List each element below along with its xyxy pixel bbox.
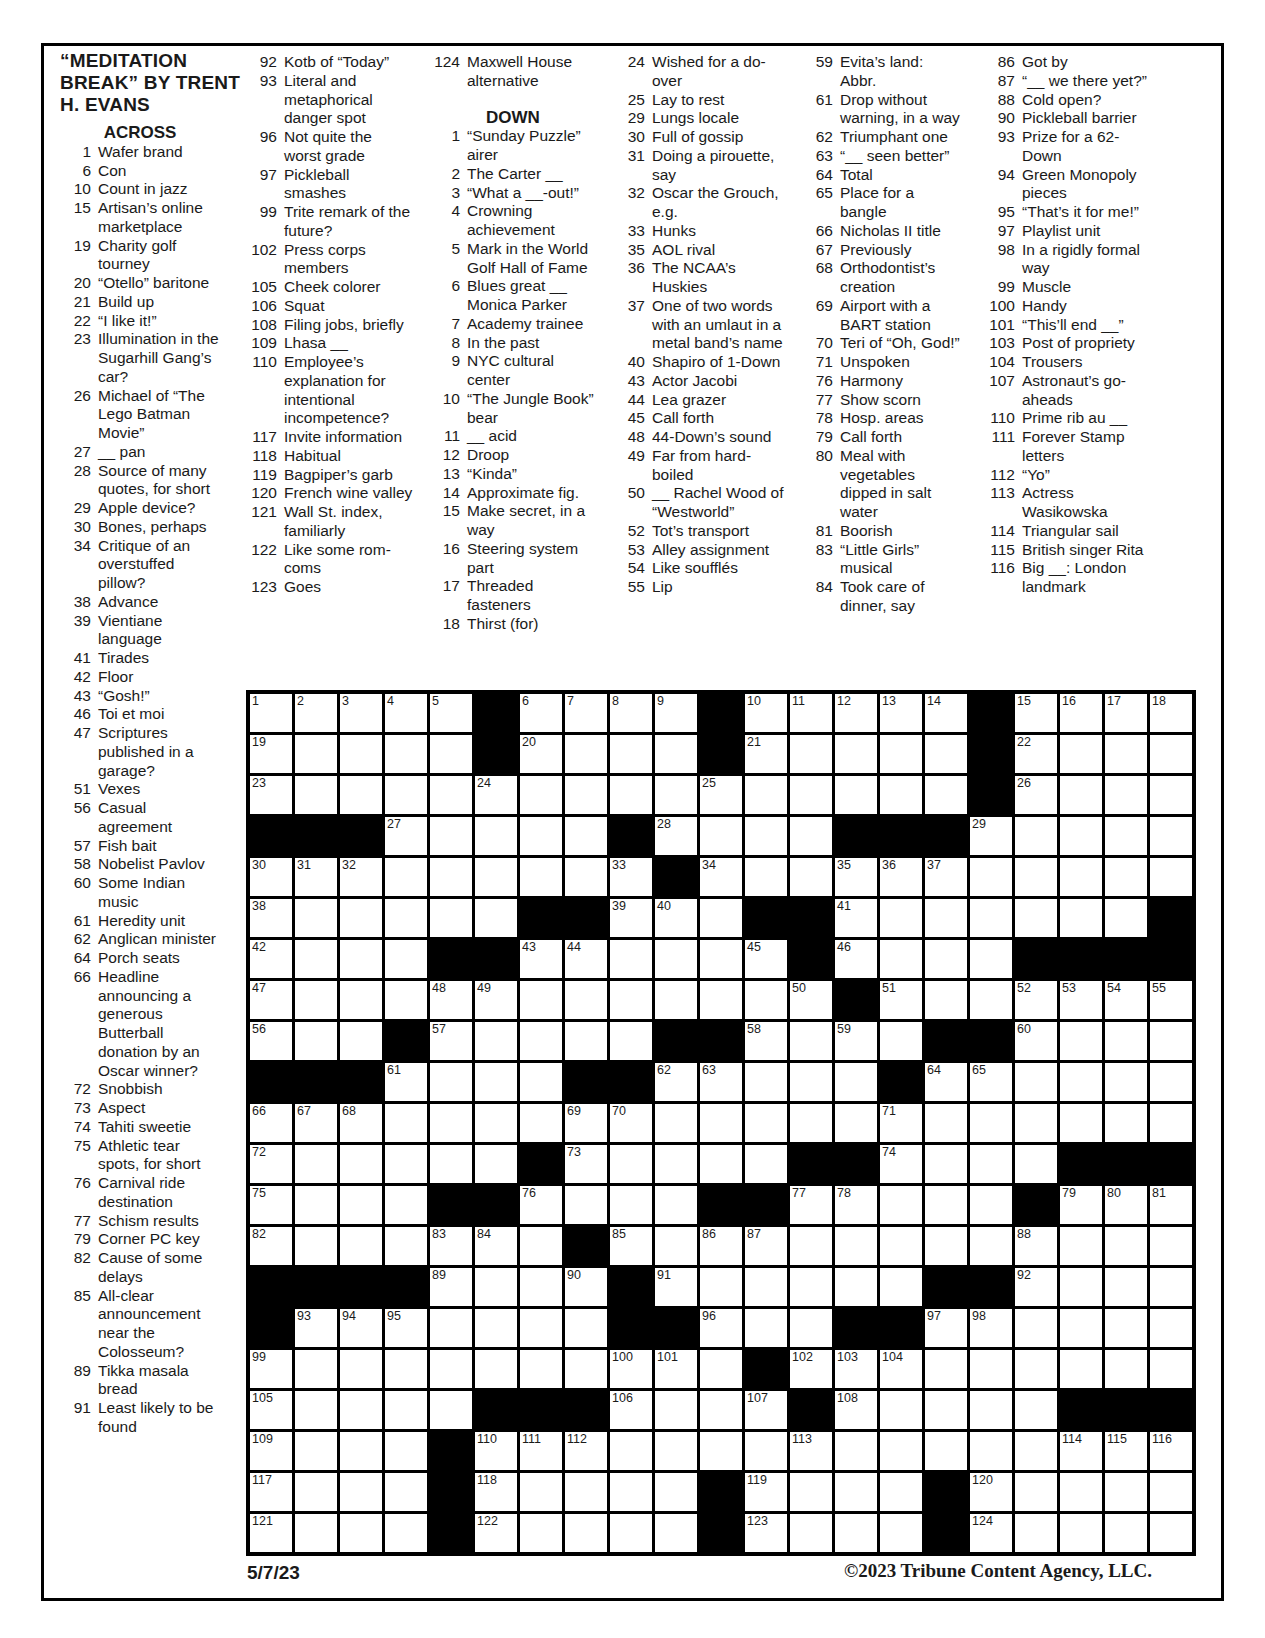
- grid-cell[interactable]: [925, 899, 967, 937]
- grid-cell[interactable]: [1150, 1063, 1192, 1101]
- grid-cell[interactable]: [925, 1350, 967, 1388]
- grid-cell[interactable]: [520, 776, 562, 814]
- grid-cell[interactable]: [340, 1350, 382, 1388]
- grid-cell[interactable]: [655, 735, 697, 773]
- grid-cell[interactable]: 47: [250, 981, 292, 1019]
- grid-cell[interactable]: [340, 1186, 382, 1224]
- grid-cell[interactable]: 5: [430, 694, 472, 732]
- grid-cell[interactable]: [745, 817, 787, 855]
- grid-cell[interactable]: 49: [475, 981, 517, 1019]
- grid-cell[interactable]: [430, 1391, 472, 1429]
- grid-cell[interactable]: [655, 1145, 697, 1183]
- grid-cell[interactable]: [340, 1227, 382, 1265]
- grid-cell[interactable]: [295, 899, 337, 937]
- grid-cell[interactable]: 75: [250, 1186, 292, 1224]
- grid-cell[interactable]: 51: [880, 981, 922, 1019]
- grid-cell[interactable]: [475, 1104, 517, 1142]
- grid-cell[interactable]: [385, 1350, 427, 1388]
- grid-cell[interactable]: 105: [250, 1391, 292, 1429]
- grid-cell[interactable]: [790, 1227, 832, 1265]
- grid-cell[interactable]: 19: [250, 735, 292, 773]
- grid-cell[interactable]: [1015, 1309, 1057, 1347]
- grid-cell[interactable]: [745, 981, 787, 1019]
- grid-cell[interactable]: 69: [565, 1104, 607, 1142]
- grid-cell[interactable]: [655, 1432, 697, 1470]
- grid-cell[interactable]: 119: [745, 1473, 787, 1511]
- grid-cell[interactable]: 110: [475, 1432, 517, 1470]
- grid-cell[interactable]: [880, 1186, 922, 1224]
- grid-cell[interactable]: [1105, 858, 1147, 896]
- grid-cell[interactable]: [1060, 1309, 1102, 1347]
- grid-cell[interactable]: 74: [880, 1145, 922, 1183]
- grid-cell[interactable]: [1015, 1473, 1057, 1511]
- grid-cell[interactable]: [340, 735, 382, 773]
- grid-cell[interactable]: [1150, 1350, 1192, 1388]
- grid-cell[interactable]: [925, 981, 967, 1019]
- grid-cell[interactable]: [475, 1145, 517, 1183]
- grid-cell[interactable]: [475, 858, 517, 896]
- grid-cell[interactable]: [1150, 817, 1192, 855]
- grid-cell[interactable]: 109: [250, 1432, 292, 1470]
- grid-cell[interactable]: [1015, 1063, 1057, 1101]
- grid-cell[interactable]: 44: [565, 940, 607, 978]
- grid-cell[interactable]: 31: [295, 858, 337, 896]
- grid-cell[interactable]: [1150, 1268, 1192, 1306]
- grid-cell[interactable]: [340, 940, 382, 978]
- grid-cell[interactable]: [835, 1432, 877, 1470]
- grid-cell[interactable]: [925, 1227, 967, 1265]
- grid-cell[interactable]: [970, 1227, 1012, 1265]
- grid-cell[interactable]: [610, 1514, 652, 1552]
- grid-cell[interactable]: [925, 1145, 967, 1183]
- grid-cell[interactable]: [970, 940, 1012, 978]
- grid-cell[interactable]: 124: [970, 1514, 1012, 1552]
- grid-cell[interactable]: [520, 1063, 562, 1101]
- grid-cell[interactable]: [970, 1391, 1012, 1429]
- grid-cell[interactable]: [925, 1391, 967, 1429]
- grid-cell[interactable]: [1015, 1432, 1057, 1470]
- grid-cell[interactable]: [295, 1391, 337, 1429]
- grid-cell[interactable]: [385, 1145, 427, 1183]
- grid-cell[interactable]: [610, 735, 652, 773]
- grid-cell[interactable]: [880, 1473, 922, 1511]
- grid-cell[interactable]: 27: [385, 817, 427, 855]
- grid-cell[interactable]: [1015, 858, 1057, 896]
- grid-cell[interactable]: [700, 1145, 742, 1183]
- grid-cell[interactable]: 2: [295, 694, 337, 732]
- grid-cell[interactable]: [295, 1514, 337, 1552]
- grid-cell[interactable]: [430, 1350, 472, 1388]
- grid-cell[interactable]: [1105, 1227, 1147, 1265]
- grid-cell[interactable]: 104: [880, 1350, 922, 1388]
- grid-cell[interactable]: [385, 899, 427, 937]
- grid-cell[interactable]: 18: [1150, 694, 1192, 732]
- grid-cell[interactable]: [1105, 776, 1147, 814]
- grid-cell[interactable]: 78: [835, 1186, 877, 1224]
- grid-cell[interactable]: 67: [295, 1104, 337, 1142]
- grid-cell[interactable]: 77: [790, 1186, 832, 1224]
- grid-cell[interactable]: [1015, 899, 1057, 937]
- grid-cell[interactable]: [475, 1063, 517, 1101]
- grid-cell[interactable]: [385, 1104, 427, 1142]
- grid-cell[interactable]: [430, 1145, 472, 1183]
- grid-cell[interactable]: [655, 1186, 697, 1224]
- grid-cell[interactable]: 41: [835, 899, 877, 937]
- grid-cell[interactable]: 23: [250, 776, 292, 814]
- grid-cell[interactable]: 79: [1060, 1186, 1102, 1224]
- grid-cell[interactable]: [385, 1473, 427, 1511]
- grid-cell[interactable]: [475, 1022, 517, 1060]
- grid-cell[interactable]: [1060, 1063, 1102, 1101]
- grid-cell[interactable]: [745, 1432, 787, 1470]
- grid-cell[interactable]: [520, 817, 562, 855]
- grid-cell[interactable]: [1060, 735, 1102, 773]
- grid-cell[interactable]: [925, 940, 967, 978]
- grid-cell[interactable]: [295, 940, 337, 978]
- grid-cell[interactable]: [745, 776, 787, 814]
- grid-cell[interactable]: 90: [565, 1268, 607, 1306]
- grid-cell[interactable]: [1105, 1104, 1147, 1142]
- grid-cell[interactable]: [1105, 1309, 1147, 1347]
- grid-cell[interactable]: 80: [1105, 1186, 1147, 1224]
- grid-cell[interactable]: [925, 776, 967, 814]
- grid-cell[interactable]: [835, 1473, 877, 1511]
- grid-cell[interactable]: [790, 735, 832, 773]
- grid-cell[interactable]: [880, 735, 922, 773]
- grid-cell[interactable]: 99: [250, 1350, 292, 1388]
- grid-cell[interactable]: [925, 735, 967, 773]
- grid-cell[interactable]: [655, 1391, 697, 1429]
- grid-cell[interactable]: [790, 1022, 832, 1060]
- grid-cell[interactable]: [1015, 1145, 1057, 1183]
- grid-cell[interactable]: 65: [970, 1063, 1012, 1101]
- grid-cell[interactable]: 34: [700, 858, 742, 896]
- grid-cell[interactable]: 108: [835, 1391, 877, 1429]
- grid-cell[interactable]: [340, 1432, 382, 1470]
- grid-cell[interactable]: 93: [295, 1309, 337, 1347]
- grid-cell[interactable]: [925, 1186, 967, 1224]
- grid-cell[interactable]: 25: [700, 776, 742, 814]
- grid-cell[interactable]: [430, 1104, 472, 1142]
- grid-cell[interactable]: 121: [250, 1514, 292, 1552]
- grid-cell[interactable]: [835, 1104, 877, 1142]
- grid-cell[interactable]: [1105, 899, 1147, 937]
- grid-cell[interactable]: [880, 1227, 922, 1265]
- grid-cell[interactable]: [790, 817, 832, 855]
- grid-cell[interactable]: [1060, 1268, 1102, 1306]
- grid-cell[interactable]: 102: [790, 1350, 832, 1388]
- grid-cell[interactable]: [385, 1227, 427, 1265]
- grid-cell[interactable]: 42: [250, 940, 292, 978]
- grid-cell[interactable]: [1150, 776, 1192, 814]
- grid-cell[interactable]: [700, 899, 742, 937]
- grid-cell[interactable]: [385, 1514, 427, 1552]
- grid-cell[interactable]: 111: [520, 1432, 562, 1470]
- grid-cell[interactable]: [1060, 1104, 1102, 1142]
- grid-cell[interactable]: [340, 981, 382, 1019]
- grid-cell[interactable]: [610, 1186, 652, 1224]
- grid-cell[interactable]: [430, 899, 472, 937]
- grid-cell[interactable]: [340, 776, 382, 814]
- grid-cell[interactable]: [790, 858, 832, 896]
- grid-cell[interactable]: [835, 776, 877, 814]
- grid-cell[interactable]: 53: [1060, 981, 1102, 1019]
- grid-cell[interactable]: [1105, 1063, 1147, 1101]
- grid-cell[interactable]: [385, 776, 427, 814]
- grid-cell[interactable]: [295, 1432, 337, 1470]
- grid-cell[interactable]: [970, 1432, 1012, 1470]
- grid-cell[interactable]: [340, 1473, 382, 1511]
- grid-cell[interactable]: 107: [745, 1391, 787, 1429]
- grid-cell[interactable]: [1150, 1309, 1192, 1347]
- grid-cell[interactable]: 106: [610, 1391, 652, 1429]
- grid-cell[interactable]: 61: [385, 1063, 427, 1101]
- grid-cell[interactable]: [700, 817, 742, 855]
- grid-cell[interactable]: [880, 899, 922, 937]
- grid-cell[interactable]: [835, 1268, 877, 1306]
- grid-cell[interactable]: [385, 940, 427, 978]
- grid-cell[interactable]: [520, 1473, 562, 1511]
- grid-cell[interactable]: 70: [610, 1104, 652, 1142]
- grid-cell[interactable]: 117: [250, 1473, 292, 1511]
- grid-cell[interactable]: [700, 1104, 742, 1142]
- grid-cell[interactable]: [340, 1145, 382, 1183]
- grid-cell[interactable]: 64: [925, 1063, 967, 1101]
- grid-cell[interactable]: [655, 1473, 697, 1511]
- grid-cell[interactable]: [475, 1309, 517, 1347]
- grid-cell[interactable]: 95: [385, 1309, 427, 1347]
- grid-cell[interactable]: 94: [340, 1309, 382, 1347]
- grid-cell[interactable]: [835, 1514, 877, 1552]
- grid-cell[interactable]: [925, 1104, 967, 1142]
- grid-cell[interactable]: 68: [340, 1104, 382, 1142]
- grid-cell[interactable]: [520, 981, 562, 1019]
- grid-cell[interactable]: 52: [1015, 981, 1057, 1019]
- grid-cell[interactable]: 57: [430, 1022, 472, 1060]
- grid-cell[interactable]: [610, 1145, 652, 1183]
- grid-cell[interactable]: 33: [610, 858, 652, 896]
- grid-cell[interactable]: [565, 1473, 607, 1511]
- grid-cell[interactable]: [1060, 1350, 1102, 1388]
- grid-cell[interactable]: 123: [745, 1514, 787, 1552]
- grid-cell[interactable]: [610, 981, 652, 1019]
- grid-cell[interactable]: [970, 899, 1012, 937]
- grid-cell[interactable]: 112: [565, 1432, 607, 1470]
- grid-cell[interactable]: [835, 1227, 877, 1265]
- grid-cell[interactable]: [655, 940, 697, 978]
- grid-cell[interactable]: [1060, 858, 1102, 896]
- grid-cell[interactable]: [430, 858, 472, 896]
- grid-cell[interactable]: 113: [790, 1432, 832, 1470]
- grid-cell[interactable]: [520, 1350, 562, 1388]
- grid-cell[interactable]: [700, 940, 742, 978]
- grid-cell[interactable]: [295, 735, 337, 773]
- grid-cell[interactable]: 81: [1150, 1186, 1192, 1224]
- grid-cell[interactable]: 7: [565, 694, 607, 732]
- grid-cell[interactable]: [1060, 817, 1102, 855]
- grid-cell[interactable]: 71: [880, 1104, 922, 1142]
- grid-cell[interactable]: 120: [970, 1473, 1012, 1511]
- grid-cell[interactable]: 12: [835, 694, 877, 732]
- grid-cell[interactable]: [1150, 858, 1192, 896]
- grid-cell[interactable]: 56: [250, 1022, 292, 1060]
- grid-cell[interactable]: [1105, 817, 1147, 855]
- grid-cell[interactable]: 72: [250, 1145, 292, 1183]
- grid-cell[interactable]: 17: [1105, 694, 1147, 732]
- grid-cell[interactable]: [745, 1063, 787, 1101]
- grid-cell[interactable]: [700, 981, 742, 1019]
- grid-cell[interactable]: [790, 1063, 832, 1101]
- grid-cell[interactable]: [295, 1227, 337, 1265]
- grid-cell[interactable]: [520, 1309, 562, 1347]
- grid-cell[interactable]: 20: [520, 735, 562, 773]
- grid-cell[interactable]: 4: [385, 694, 427, 732]
- grid-cell[interactable]: 83: [430, 1227, 472, 1265]
- grid-cell[interactable]: [340, 1022, 382, 1060]
- grid-cell[interactable]: [745, 1309, 787, 1347]
- grid-cell[interactable]: 62: [655, 1063, 697, 1101]
- grid-cell[interactable]: [520, 1022, 562, 1060]
- grid-cell[interactable]: [610, 1473, 652, 1511]
- grid-cell[interactable]: [385, 858, 427, 896]
- grid-cell[interactable]: [1060, 776, 1102, 814]
- grid-cell[interactable]: 32: [340, 858, 382, 896]
- grid-cell[interactable]: 9: [655, 694, 697, 732]
- grid-cell[interactable]: [1060, 1022, 1102, 1060]
- grid-cell[interactable]: [565, 1022, 607, 1060]
- grid-cell[interactable]: 11: [790, 694, 832, 732]
- grid-cell[interactable]: [565, 981, 607, 1019]
- grid-cell[interactable]: [385, 735, 427, 773]
- grid-cell[interactable]: [1105, 1514, 1147, 1552]
- grid-cell[interactable]: [385, 981, 427, 1019]
- grid-cell[interactable]: [610, 1022, 652, 1060]
- grid-cell[interactable]: [295, 1145, 337, 1183]
- grid-cell[interactable]: [565, 817, 607, 855]
- grid-cell[interactable]: [970, 1145, 1012, 1183]
- grid-cell[interactable]: [655, 776, 697, 814]
- grid-cell[interactable]: 21: [745, 735, 787, 773]
- grid-cell[interactable]: [745, 1104, 787, 1142]
- grid-cell[interactable]: [790, 1104, 832, 1142]
- grid-cell[interactable]: 30: [250, 858, 292, 896]
- grid-cell[interactable]: 59: [835, 1022, 877, 1060]
- grid-cell[interactable]: [925, 1432, 967, 1470]
- grid-cell[interactable]: 60: [1015, 1022, 1057, 1060]
- grid-cell[interactable]: [970, 1104, 1012, 1142]
- grid-cell[interactable]: 84: [475, 1227, 517, 1265]
- grid-cell[interactable]: [475, 1268, 517, 1306]
- grid-cell[interactable]: [430, 776, 472, 814]
- grid-cell[interactable]: 55: [1150, 981, 1192, 1019]
- grid-cell[interactable]: [385, 1186, 427, 1224]
- grid-cell[interactable]: 116: [1150, 1432, 1192, 1470]
- grid-cell[interactable]: [565, 1514, 607, 1552]
- grid-cell[interactable]: [1105, 1350, 1147, 1388]
- grid-cell[interactable]: 118: [475, 1473, 517, 1511]
- grid-cell[interactable]: [475, 817, 517, 855]
- grid-cell[interactable]: 29: [970, 817, 1012, 855]
- grid-cell[interactable]: 48: [430, 981, 472, 1019]
- grid-cell[interactable]: 85: [610, 1227, 652, 1265]
- grid-cell[interactable]: 1: [250, 694, 292, 732]
- grid-cell[interactable]: [1015, 1391, 1057, 1429]
- grid-cell[interactable]: 115: [1105, 1432, 1147, 1470]
- grid-cell[interactable]: [970, 981, 1012, 1019]
- grid-cell[interactable]: [1150, 1104, 1192, 1142]
- grid-cell[interactable]: [295, 1022, 337, 1060]
- grid-cell[interactable]: [880, 1514, 922, 1552]
- grid-cell[interactable]: [385, 1432, 427, 1470]
- grid-cell[interactable]: [520, 858, 562, 896]
- grid-cell[interactable]: [430, 1309, 472, 1347]
- grid-cell[interactable]: [880, 1391, 922, 1429]
- grid-cell[interactable]: [1150, 1514, 1192, 1552]
- grid-cell[interactable]: [430, 817, 472, 855]
- grid-cell[interactable]: [340, 1391, 382, 1429]
- grid-cell[interactable]: [1015, 1514, 1057, 1552]
- grid-cell[interactable]: 14: [925, 694, 967, 732]
- grid-cell[interactable]: [880, 940, 922, 978]
- grid-cell[interactable]: [475, 1350, 517, 1388]
- grid-cell[interactable]: 22: [1015, 735, 1057, 773]
- grid-cell[interactable]: [1105, 1022, 1147, 1060]
- grid-cell[interactable]: 100: [610, 1350, 652, 1388]
- grid-cell[interactable]: [565, 1186, 607, 1224]
- grid-cell[interactable]: [1105, 1473, 1147, 1511]
- grid-cell[interactable]: 8: [610, 694, 652, 732]
- grid-cell[interactable]: [1060, 1514, 1102, 1552]
- grid-cell[interactable]: [880, 1268, 922, 1306]
- grid-cell[interactable]: [565, 1350, 607, 1388]
- grid-cell[interactable]: [880, 776, 922, 814]
- grid-cell[interactable]: [340, 1514, 382, 1552]
- grid-cell[interactable]: [385, 1391, 427, 1429]
- grid-cell[interactable]: [790, 1309, 832, 1347]
- grid-cell[interactable]: [295, 1350, 337, 1388]
- grid-cell[interactable]: [790, 1514, 832, 1552]
- grid-cell[interactable]: [565, 776, 607, 814]
- grid-cell[interactable]: 98: [970, 1309, 1012, 1347]
- grid-cell[interactable]: [835, 735, 877, 773]
- grid-cell[interactable]: [295, 1186, 337, 1224]
- grid-cell[interactable]: [1015, 1350, 1057, 1388]
- grid-cell[interactable]: 122: [475, 1514, 517, 1552]
- grid-cell[interactable]: 58: [745, 1022, 787, 1060]
- grid-cell[interactable]: 82: [250, 1227, 292, 1265]
- grid-cell[interactable]: [880, 1432, 922, 1470]
- grid-cell[interactable]: [790, 1268, 832, 1306]
- grid-cell[interactable]: [610, 940, 652, 978]
- grid-cell[interactable]: [1060, 899, 1102, 937]
- grid-cell[interactable]: 50: [790, 981, 832, 1019]
- grid-cell[interactable]: [520, 1514, 562, 1552]
- grid-cell[interactable]: 46: [835, 940, 877, 978]
- grid-cell[interactable]: 89: [430, 1268, 472, 1306]
- grid-cell[interactable]: [520, 1104, 562, 1142]
- grid-cell[interactable]: [745, 1268, 787, 1306]
- grid-cell[interactable]: [520, 1227, 562, 1265]
- grid-cell[interactable]: 97: [925, 1309, 967, 1347]
- grid-cell[interactable]: [1150, 1022, 1192, 1060]
- grid-cell[interactable]: [700, 1350, 742, 1388]
- grid-cell[interactable]: 3: [340, 694, 382, 732]
- grid-cell[interactable]: [655, 981, 697, 1019]
- grid-cell[interactable]: [790, 1473, 832, 1511]
- grid-cell[interactable]: [430, 1063, 472, 1101]
- grid-cell[interactable]: [565, 858, 607, 896]
- grid-cell[interactable]: 66: [250, 1104, 292, 1142]
